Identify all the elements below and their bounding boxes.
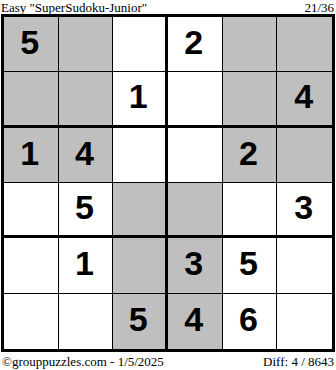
puzzle-page: Easy "SuperSudoku-Junior" 21/36 52141425… [0,0,336,370]
cell-r4c5[interactable] [223,183,278,238]
sudoku-board: 521414253135546 [1,14,335,352]
cell-r2c2[interactable] [59,72,114,127]
cell-r2c3: 1 [113,72,168,127]
cell-r1c5[interactable] [223,17,278,72]
cell-r6c1[interactable] [4,294,59,349]
cell-r2c1[interactable] [4,72,59,127]
cell-r2c6: 4 [277,72,332,127]
cell-r3c5: 2 [223,128,278,183]
cell-r5c5: 5 [223,238,278,293]
cell-r2c5[interactable] [223,72,278,127]
given-digit: 4 [294,79,313,113]
cell-r3c3[interactable] [113,128,168,183]
cell-r4c2: 5 [59,183,114,238]
given-digit: 3 [294,190,313,224]
cell-r3c4[interactable] [168,128,223,183]
cell-r6c4: 4 [168,294,223,349]
cell-r2c4[interactable] [168,72,223,127]
cell-count: 21/36 [304,1,334,14]
given-digit: 1 [129,79,148,113]
cell-r6c5: 6 [223,294,278,349]
cell-r1c1: 5 [4,17,59,72]
given-digit: 2 [184,25,203,59]
cell-r1c6[interactable] [277,17,332,72]
cell-r3c2: 4 [59,128,114,183]
cell-r5c6[interactable] [277,238,332,293]
cell-r5c2: 1 [59,238,114,293]
difficulty-text: Diff: 4 / 8643 [263,355,334,369]
given-digit: 3 [184,246,203,280]
given-digit: 4 [75,136,94,170]
given-digit: 5 [75,190,94,224]
given-digit: 2 [239,136,258,170]
cell-r4c6: 3 [277,183,332,238]
cell-r6c2[interactable] [59,294,114,349]
cell-r4c1[interactable] [4,183,59,238]
given-digit: 1 [20,136,39,170]
given-digit: 5 [239,246,258,280]
cell-r1c2[interactable] [59,17,114,72]
cell-r4c4[interactable] [168,183,223,238]
footer: ©grouppuzzles.com - 1/5/2025 Diff: 4 / 8… [2,354,334,369]
copyright-text: ©grouppuzzles.com - 1/5/2025 [2,355,164,369]
given-digit: 5 [129,302,148,336]
cell-r1c3[interactable] [113,17,168,72]
cell-r6c6[interactable] [277,294,332,349]
given-digit: 1 [75,246,94,280]
puzzle-title: Easy "SuperSudoku-Junior" [1,1,147,14]
cell-r4c3[interactable] [113,183,168,238]
cell-r3c6[interactable] [277,128,332,183]
cell-r5c3[interactable] [113,238,168,293]
cell-r3c1: 1 [4,128,59,183]
given-digit: 5 [20,25,39,59]
cell-r5c4: 3 [168,238,223,293]
cell-r1c4: 2 [168,17,223,72]
given-digit: 4 [184,302,203,336]
cell-r6c3: 5 [113,294,168,349]
header: Easy "SuperSudoku-Junior" 21/36 [1,0,334,14]
cell-r5c1[interactable] [4,238,59,293]
given-digit: 6 [239,302,258,336]
